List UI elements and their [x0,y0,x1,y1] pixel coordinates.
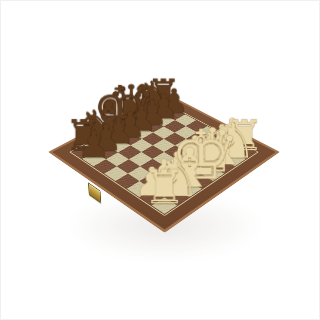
scene: ♜♞♝♛♚♝♞♜♟♟♟♟♟♟♟♟♟♟♟♟♟♟♟♟♜♞♝♛♚♝♞♜ [1,1,319,319]
screenshot-viewport: ♜♞♝♛♚♝♞♜♟♟♟♟♟♟♟♟♟♟♟♟♟♟♟♟♜♞♝♛♚♝♞♜ [0,0,320,320]
chess-piece-black-pawn[interactable]: ♟ [78,127,111,164]
chess-piece-white-rook[interactable]: ♜ [143,164,185,211]
